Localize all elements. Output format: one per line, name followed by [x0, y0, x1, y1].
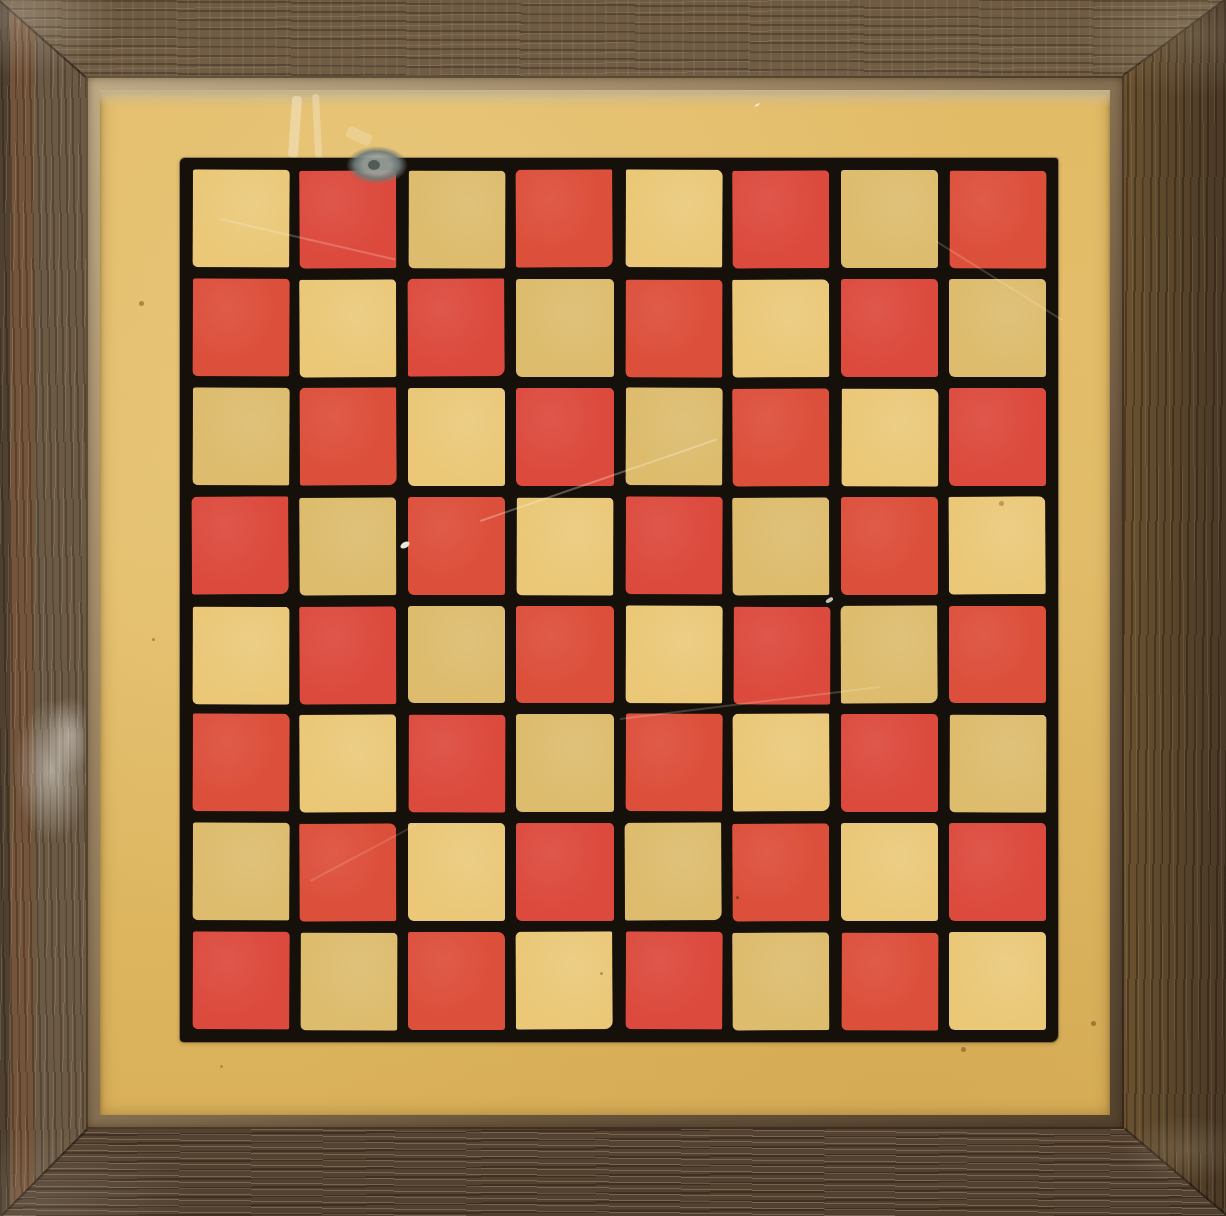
- board-square[interactable]: [732, 932, 830, 1030]
- board-square[interactable]: [516, 169, 614, 267]
- board-square[interactable]: [408, 823, 505, 921]
- board-square[interactable]: [625, 931, 723, 1029]
- board-square[interactable]: [299, 824, 397, 922]
- board-square[interactable]: [408, 932, 505, 1030]
- board-square[interactable]: [192, 387, 290, 485]
- board-square[interactable]: [516, 279, 613, 377]
- board-square[interactable]: [192, 278, 290, 376]
- board-square[interactable]: [625, 279, 722, 377]
- board-square[interactable]: [516, 388, 613, 486]
- board-square[interactable]: [516, 606, 613, 704]
- board-square[interactable]: [949, 388, 1046, 486]
- board-square[interactable]: [949, 823, 1046, 921]
- board-square[interactable]: [841, 170, 938, 268]
- dust-specks: [100, 90, 103, 93]
- board-square[interactable]: [733, 606, 830, 704]
- board-square[interactable]: [840, 605, 938, 703]
- board-square[interactable]: [299, 715, 397, 813]
- board-square[interactable]: [625, 387, 723, 485]
- board-square[interactable]: [625, 169, 723, 267]
- board-square[interactable]: [841, 279, 938, 377]
- board-square[interactable]: [191, 496, 289, 594]
- board-square[interactable]: [299, 387, 397, 485]
- board-square[interactable]: [299, 497, 397, 595]
- panel-top-scuff-band: [100, 90, 1110, 107]
- board-square[interactable]: [732, 824, 830, 922]
- board-square[interactable]: [516, 823, 613, 921]
- board-square[interactable]: [841, 823, 938, 921]
- board-square[interactable]: [949, 715, 1046, 813]
- checkerboard-grid: [180, 158, 1058, 1042]
- board-square[interactable]: [625, 714, 723, 812]
- board-square[interactable]: [192, 822, 290, 920]
- board-square[interactable]: [732, 497, 830, 595]
- board-square[interactable]: [841, 388, 938, 486]
- paint-scuff: [345, 125, 374, 147]
- board-square[interactable]: [409, 715, 506, 813]
- paint-scuff: [288, 96, 302, 159]
- board-square[interactable]: [299, 170, 397, 268]
- board-square[interactable]: [948, 496, 1046, 594]
- board-square[interactable]: [408, 388, 505, 486]
- board-square[interactable]: [192, 169, 290, 267]
- board-square[interactable]: [516, 931, 614, 1029]
- board-square[interactable]: [192, 606, 289, 704]
- board-square[interactable]: [949, 279, 1046, 377]
- board-square[interactable]: [408, 278, 506, 376]
- board-square[interactable]: [732, 279, 830, 377]
- board-square[interactable]: [949, 606, 1046, 704]
- board-square[interactable]: [625, 496, 723, 594]
- painted-board-panel: [100, 90, 1110, 1115]
- board-square[interactable]: [732, 388, 830, 486]
- board-square[interactable]: [408, 497, 505, 595]
- board-square[interactable]: [949, 171, 1046, 269]
- board-square[interactable]: [517, 497, 614, 595]
- board-square[interactable]: [300, 933, 397, 1031]
- board-square[interactable]: [625, 605, 723, 703]
- board-square[interactable]: [192, 931, 290, 1029]
- board-square[interactable]: [841, 497, 938, 595]
- board-square[interactable]: [841, 714, 938, 812]
- board-square[interactable]: [624, 822, 722, 920]
- board-square[interactable]: [408, 606, 505, 704]
- board-square[interactable]: [841, 933, 938, 1031]
- board-square[interactable]: [409, 171, 506, 269]
- board-square[interactable]: [732, 714, 830, 812]
- board-square[interactable]: [516, 714, 613, 812]
- board-square[interactable]: [949, 932, 1046, 1030]
- board-square[interactable]: [732, 170, 830, 268]
- board-square[interactable]: [299, 279, 397, 377]
- framed-checkerboard-photo: [0, 0, 1226, 1216]
- board-square[interactable]: [299, 606, 397, 704]
- board-square[interactable]: [192, 714, 290, 812]
